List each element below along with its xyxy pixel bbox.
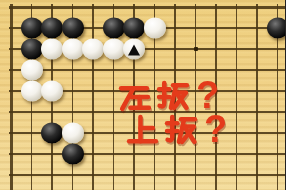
board-vertical-line xyxy=(92,4,93,190)
white-stone xyxy=(62,123,84,144)
white-stone xyxy=(21,60,43,81)
white-stone xyxy=(62,39,84,60)
black-stone xyxy=(62,144,84,165)
board-horizontal-line xyxy=(9,69,286,70)
board-vertical-line xyxy=(256,4,257,190)
triangle-marker-icon xyxy=(128,44,140,55)
white-stone xyxy=(123,39,145,60)
white-stone xyxy=(21,81,43,102)
annotation-line-2: ? xyxy=(125,113,227,147)
white-stone xyxy=(41,39,63,60)
black-stone xyxy=(41,18,63,39)
board-left-edge-line xyxy=(10,4,13,190)
cjk-char-左 xyxy=(117,79,151,113)
board-horizontal-line xyxy=(9,153,286,154)
star-point xyxy=(194,47,198,51)
black-stone xyxy=(123,18,145,39)
board-vertical-line xyxy=(236,4,237,190)
board-horizontal-line xyxy=(9,174,286,175)
board-top-edge-line xyxy=(9,6,286,9)
cjk-char-上 xyxy=(125,113,159,147)
black-stone xyxy=(267,18,286,39)
black-stone xyxy=(103,18,125,39)
cjk-char-扳 xyxy=(164,113,198,147)
cjk-char-扳 xyxy=(156,79,190,113)
white-stone xyxy=(144,18,166,39)
black-stone xyxy=(21,18,43,39)
go-board[interactable]: ? ? xyxy=(0,0,285,190)
white-stone xyxy=(41,81,63,102)
black-stone xyxy=(41,123,63,144)
black-stone xyxy=(21,39,43,60)
black-stone xyxy=(62,18,84,39)
white-stone xyxy=(82,39,104,60)
white-stone xyxy=(103,39,125,60)
question-mark: ? xyxy=(204,113,227,146)
